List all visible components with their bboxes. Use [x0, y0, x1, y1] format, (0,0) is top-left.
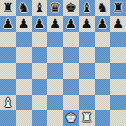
square-f6[interactable] [79, 32, 95, 48]
piece-black-pawn[interactable]: ♟ [110, 16, 126, 32]
square-d3[interactable] [47, 79, 63, 95]
square-h3[interactable] [110, 79, 126, 95]
piece-black-bishop[interactable]: ♝ [79, 0, 95, 16]
square-b6[interactable] [16, 32, 32, 48]
square-b1[interactable] [16, 110, 32, 126]
square-b4[interactable] [16, 63, 32, 79]
square-c3[interactable] [32, 79, 48, 95]
piece-white-rook[interactable]: ♜ [79, 110, 95, 126]
square-h6[interactable] [110, 32, 126, 48]
square-g8[interactable]: ♞ [95, 0, 111, 16]
square-g4[interactable] [95, 63, 111, 79]
square-b8[interactable]: ♞ [16, 0, 32, 16]
square-f3[interactable] [79, 79, 95, 95]
square-f7[interactable]: ♟ [79, 16, 95, 32]
square-a5[interactable] [0, 47, 16, 63]
square-e3[interactable] [63, 79, 79, 95]
square-e8[interactable]: ♚ [63, 0, 79, 16]
square-e5[interactable] [63, 47, 79, 63]
square-c8[interactable]: ♝ [32, 0, 48, 16]
piece-black-knight[interactable]: ♞ [95, 0, 111, 16]
square-a2[interactable]: ♝ [0, 95, 16, 111]
square-d1[interactable] [47, 110, 63, 126]
square-h8[interactable]: ♜ [110, 0, 126, 16]
square-d5[interactable] [47, 47, 63, 63]
square-h4[interactable] [110, 63, 126, 79]
square-b2[interactable] [16, 95, 32, 111]
square-d7[interactable]: ♟ [47, 16, 63, 32]
square-c1[interactable] [32, 110, 48, 126]
square-d8[interactable]: ♛ [47, 0, 63, 16]
piece-black-bishop[interactable]: ♝ [32, 0, 48, 16]
chess-board: ♜♞♝♛♚♝♞♜♟♟♟♟♟♟♟♟♝♚♜ [0, 0, 126, 126]
square-g5[interactable] [95, 47, 111, 63]
piece-black-knight[interactable]: ♞ [16, 0, 32, 16]
piece-black-pawn[interactable]: ♟ [16, 16, 32, 32]
square-f5[interactable] [79, 47, 95, 63]
piece-black-pawn[interactable]: ♟ [0, 16, 16, 32]
square-e2[interactable] [63, 95, 79, 111]
square-a8[interactable]: ♜ [0, 0, 16, 16]
square-h2[interactable] [110, 95, 126, 111]
square-b7[interactable]: ♟ [16, 16, 32, 32]
square-a7[interactable]: ♟ [0, 16, 16, 32]
piece-black-pawn[interactable]: ♟ [47, 16, 63, 32]
piece-black-rook[interactable]: ♜ [0, 0, 16, 16]
square-f4[interactable] [79, 63, 95, 79]
square-f2[interactable] [79, 95, 95, 111]
square-a4[interactable] [0, 63, 16, 79]
square-h5[interactable] [110, 47, 126, 63]
square-b3[interactable] [16, 79, 32, 95]
square-c5[interactable] [32, 47, 48, 63]
piece-black-rook[interactable]: ♜ [110, 0, 126, 16]
piece-black-pawn[interactable]: ♟ [79, 16, 95, 32]
piece-white-bishop[interactable]: ♝ [0, 95, 16, 111]
square-g7[interactable]: ♟ [95, 16, 111, 32]
square-a6[interactable] [0, 32, 16, 48]
piece-black-queen[interactable]: ♛ [47, 0, 63, 16]
square-d6[interactable] [47, 32, 63, 48]
square-f1[interactable]: ♜ [79, 110, 95, 126]
square-e1[interactable]: ♚ [63, 110, 79, 126]
square-c2[interactable] [32, 95, 48, 111]
piece-black-king[interactable]: ♚ [63, 0, 79, 16]
square-g3[interactable] [95, 79, 111, 95]
square-c4[interactable] [32, 63, 48, 79]
square-a3[interactable] [0, 79, 16, 95]
square-f8[interactable]: ♝ [79, 0, 95, 16]
square-g6[interactable] [95, 32, 111, 48]
square-e6[interactable] [63, 32, 79, 48]
square-e7[interactable]: ♟ [63, 16, 79, 32]
square-c6[interactable] [32, 32, 48, 48]
square-h1[interactable] [110, 110, 126, 126]
piece-white-king[interactable]: ♚ [63, 110, 79, 126]
square-d2[interactable] [47, 95, 63, 111]
piece-black-pawn[interactable]: ♟ [95, 16, 111, 32]
square-a1[interactable] [0, 110, 16, 126]
square-b5[interactable] [16, 47, 32, 63]
piece-black-pawn[interactable]: ♟ [32, 16, 48, 32]
square-e4[interactable] [63, 63, 79, 79]
square-d4[interactable] [47, 63, 63, 79]
piece-black-pawn[interactable]: ♟ [63, 16, 79, 32]
square-h7[interactable]: ♟ [110, 16, 126, 32]
square-c7[interactable]: ♟ [32, 16, 48, 32]
square-g2[interactable] [95, 95, 111, 111]
square-g1[interactable] [95, 110, 111, 126]
